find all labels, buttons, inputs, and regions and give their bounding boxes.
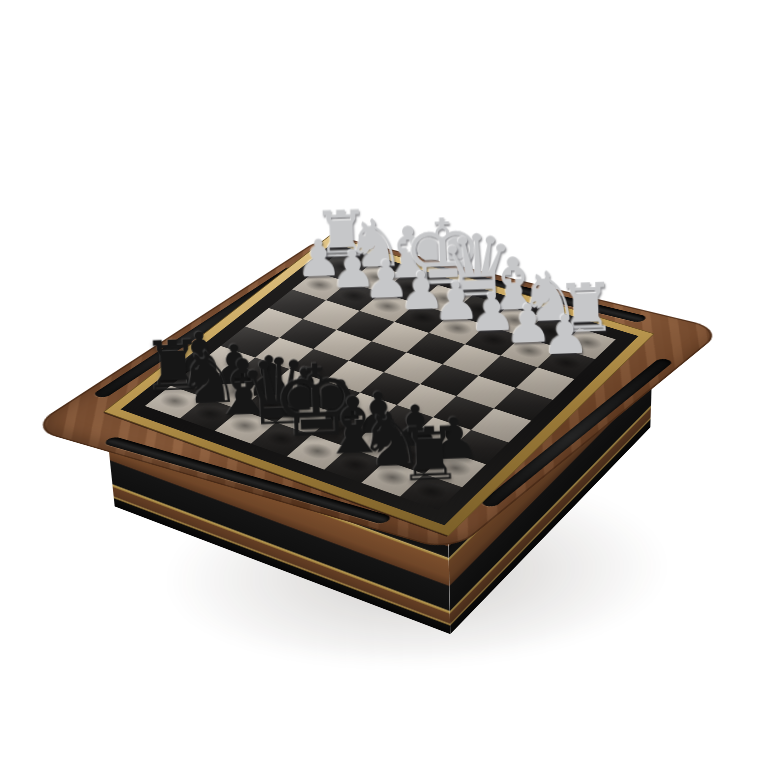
board-3d-group: ♜♞♝♚♛♝♞♜♟♟♟♟♟♟♟♟♟♟♟♟♟♟♟♟♜♞♝♛♚♝♞♜: [88, 234, 669, 552]
white-pawn-glyph: ♟: [494, 306, 636, 365]
product-photo-stage: ♜♞♝♚♛♝♞♜♟♟♟♟♟♟♟♟♟♟♟♟♟♟♟♟♜♞♝♛♚♝♞♜: [0, 0, 768, 768]
perspective-scene: ♜♞♝♚♛♝♞♜♟♟♟♟♟♟♟♟♟♟♟♟♟♟♟♟♜♞♝♛♚♝♞♜: [0, 0, 768, 768]
black-rook-glyph: ♜: [353, 415, 506, 493]
scene-rotation-wrapper: ♜♞♝♚♛♝♞♜♟♟♟♟♟♟♟♟♟♟♟♟♟♟♟♟♜♞♝♛♚♝♞♜: [0, 0, 768, 768]
